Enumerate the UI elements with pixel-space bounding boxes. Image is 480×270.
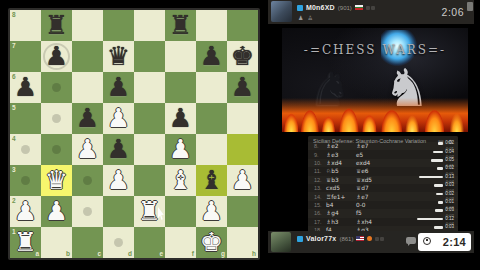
clock-icon (423, 237, 431, 245)
square-f7[interactable] (165, 41, 196, 72)
square-g5[interactable] (196, 103, 227, 134)
square-a2[interactable]: 2♟ (10, 196, 41, 227)
move-white[interactable]: cxd5 (326, 185, 356, 191)
move-number: 11. (314, 168, 326, 174)
white-king[interactable]: ♚ (196, 227, 227, 258)
file-label: c (97, 250, 101, 257)
white-pawn[interactable]: ♟ (196, 196, 227, 227)
legal-move-dot (83, 207, 92, 216)
board-grid: 8♜♜7♟♛♟♚6♟♟♟5♟♟♟4♟♟♟3♛♟♝♝♟2♟♟♜♟1a♜bcdefg… (10, 10, 258, 258)
chat-bubble-icon[interactable] (406, 237, 416, 244)
move-number: 8. (314, 143, 326, 149)
rank-label: 3 (12, 166, 16, 173)
square-g7[interactable]: ♟ (196, 41, 227, 72)
square-g8[interactable] (196, 10, 227, 41)
white-pawn[interactable]: ♟ (227, 165, 258, 196)
square-a1[interactable]: 1a♜ (10, 227, 41, 258)
black-queen[interactable]: ♛ (103, 41, 134, 72)
white-bishop[interactable]: ♝ (165, 165, 196, 196)
square-e3[interactable] (134, 165, 165, 196)
move-number: 12. (314, 177, 326, 183)
top-player-avatar[interactable] (271, 1, 292, 22)
square-h8[interactable] (227, 10, 258, 41)
black-pawn[interactable]: ♟ (103, 134, 134, 165)
move-black[interactable]: f5 (356, 210, 392, 216)
white-queen[interactable]: ♛ (41, 165, 72, 196)
square-b5[interactable] (41, 103, 72, 134)
bottom-player-name[interactable]: Valor77x (306, 235, 336, 242)
square-d5[interactable]: ♟ (103, 103, 134, 134)
time-bar (435, 209, 443, 212)
video-banner: -=CHESS WARS=- ♞ ♞ (282, 28, 468, 132)
black-rook[interactable]: ♜ (41, 10, 72, 41)
square-c5[interactable]: ♟ (72, 103, 103, 134)
square-h1[interactable]: h (227, 227, 258, 258)
rank-label: 4 (12, 135, 16, 142)
move-white[interactable]: ♗e3 (326, 152, 356, 158)
move-black[interactable]: ♕e6 (356, 168, 392, 174)
square-a8[interactable]: 8 (10, 10, 41, 41)
square-f4[interactable]: ♟ (165, 134, 196, 165)
square-e4[interactable] (134, 134, 165, 165)
move-black[interactable]: ♗e7 (356, 143, 392, 149)
chess-board: 8♜♜7♟♛♟♚6♟♟♟5♟♟♟4♟♟♟3♛♟♝♝♟2♟♟♜♟1a♜bcdefg… (8, 8, 260, 260)
membership-badges (375, 237, 384, 241)
move-number: 14. (314, 194, 326, 200)
square-c7[interactable] (72, 41, 103, 72)
black-pawn[interactable]: ♟ (41, 41, 72, 72)
square-e7[interactable] (134, 41, 165, 72)
top-player-bar: M0n6XD (901) ♟ ♙ 2:06 (268, 0, 474, 24)
corner-menu-icon[interactable] (467, 2, 473, 11)
move-black[interactable]: ♗e7 (356, 194, 392, 200)
square-b1[interactable]: b (41, 227, 72, 258)
square-h2[interactable] (227, 196, 258, 227)
white-pawn[interactable]: ♟ (103, 103, 134, 134)
move-black[interactable]: ♗xh4 (356, 219, 392, 225)
time-bar (434, 184, 443, 187)
bottom-player-clock: 2:14 (443, 236, 466, 248)
square-a6[interactable]: 6♟ (10, 72, 41, 103)
square-e6[interactable] (134, 72, 165, 103)
square-d1[interactable]: d (103, 227, 134, 258)
square-g3[interactable]: ♝ (196, 165, 227, 196)
move-number: 15. (314, 202, 326, 208)
us-flag-icon (356, 236, 364, 241)
square-f6[interactable] (165, 72, 196, 103)
square-a3[interactable]: 3 (10, 165, 41, 196)
black-bishop[interactable]: ♝ (196, 165, 227, 196)
square-f2[interactable] (165, 196, 196, 227)
move-number: 9. (314, 152, 326, 158)
move-black[interactable]: 0-0 (356, 202, 392, 208)
move-number: 17. (314, 219, 326, 225)
league-icon (367, 236, 372, 241)
streamer-badge-icon (297, 5, 303, 11)
top-player-name[interactable]: M0n6XD (306, 4, 335, 11)
square-d8[interactable] (103, 10, 134, 41)
move-black[interactable]: e5 (356, 152, 392, 158)
square-b2[interactable]: ♟ (41, 196, 72, 227)
move-white[interactable]: ♘b5 (326, 168, 356, 174)
move-white[interactable]: b4 (326, 202, 356, 208)
square-f3[interactable]: ♝ (165, 165, 196, 196)
rank-label: 7 (12, 42, 16, 49)
move-white[interactable]: ♗e2 (326, 143, 356, 149)
square-b3[interactable]: ♛ (41, 165, 72, 196)
square-h7[interactable]: ♚ (227, 41, 258, 72)
white-pawn[interactable]: ♟ (10, 196, 41, 227)
pawn-outline-icon: ♙ (307, 14, 312, 21)
file-label: f (192, 250, 194, 257)
black-king[interactable]: ♚ (227, 41, 258, 72)
top-player-clock: 2:06 (442, 6, 464, 18)
square-h4[interactable] (227, 134, 258, 165)
move-number: 16. (314, 210, 326, 216)
legal-move-dot (52, 145, 61, 154)
black-pawn[interactable]: ♟ (72, 103, 103, 134)
move-white[interactable]: ♖fe1+ (326, 194, 356, 200)
membership-badges (366, 6, 375, 10)
file-label: d (128, 250, 132, 257)
square-b7[interactable]: ♟ (41, 41, 72, 72)
square-e5[interactable] (134, 103, 165, 134)
square-c2[interactable] (72, 196, 103, 227)
square-g6[interactable] (196, 72, 227, 103)
square-a4[interactable]: 4 (10, 134, 41, 165)
time-bar (438, 201, 443, 204)
file-label: e (159, 250, 163, 257)
move-black[interactable]: ♕d7 (356, 185, 392, 191)
time-bar (433, 151, 443, 154)
square-b8[interactable]: ♜ (41, 10, 72, 41)
banner-title: -=CHESS WARS=- (282, 43, 468, 57)
time-bar (434, 226, 443, 229)
square-f8[interactable]: ♜ (165, 10, 196, 41)
square-f5[interactable]: ♟ (165, 103, 196, 134)
move-black[interactable]: exd4 (356, 160, 392, 166)
legal-move-dot (21, 145, 30, 154)
move-rows: 8.♗e2♗e70:020:019.♗e3e50:040:0210.♗xd4ex… (308, 142, 458, 233)
square-a7[interactable]: 7 (10, 41, 41, 72)
square-d6[interactable]: ♟ (103, 72, 134, 103)
move-number: 13. (314, 185, 326, 191)
time-bar (419, 176, 443, 179)
black-pawn[interactable]: ♟ (103, 72, 134, 103)
player-sub-icons: ♟ ♙ (298, 14, 313, 21)
square-c1[interactable]: c (72, 227, 103, 258)
rank-label: 8 (12, 11, 16, 18)
square-d7[interactable]: ♛ (103, 41, 134, 72)
move-black[interactable]: ♕xd5 (356, 177, 392, 183)
white-pawn[interactable]: ♟ (103, 165, 134, 196)
legal-move-dot (52, 114, 61, 123)
square-d2[interactable] (103, 196, 134, 227)
white-pawn[interactable]: ♟ (165, 134, 196, 165)
time-bar (436, 193, 443, 196)
square-c8[interactable] (72, 10, 103, 41)
move-white[interactable]: ♕b3 (326, 177, 356, 183)
move-white[interactable]: ♗g4 (326, 210, 356, 216)
square-c6[interactable] (72, 72, 103, 103)
square-g2[interactable]: ♟ (196, 196, 227, 227)
stream-frame: 8♜♜7♟♛♟♚6♟♟♟5♟♟♟4♟♟♟3♛♟♝♝♟2♟♟♜♟1a♜bcdefg… (0, 0, 480, 270)
top-player-rating: (901) (338, 5, 352, 11)
bottom-player-rating: (861) (339, 236, 353, 242)
active-clock: 2:14 (418, 233, 471, 251)
square-h5[interactable] (227, 103, 258, 134)
legal-move-dot (21, 176, 30, 185)
bottom-player-bar: Valor77x (861) 2:14 (268, 231, 474, 253)
rank-label: 5 (12, 104, 16, 111)
square-e1[interactable]: e (134, 227, 165, 258)
square-b6[interactable] (41, 72, 72, 103)
file-label: h (252, 250, 256, 257)
square-e8[interactable] (134, 10, 165, 41)
move-white[interactable]: ♗h3 (326, 219, 356, 225)
move-number: 10. (314, 160, 326, 166)
flames-graphic (282, 98, 468, 132)
legal-move-dot (83, 176, 92, 185)
square-g4[interactable] (196, 134, 227, 165)
legal-move-dot (114, 238, 123, 247)
square-a5[interactable]: 5 (10, 103, 41, 134)
square-d3[interactable]: ♟ (103, 165, 134, 196)
pawn-icon: ♟ (298, 14, 303, 21)
black-pawn[interactable]: ♟ (196, 41, 227, 72)
flag-icon (355, 5, 363, 10)
move-white[interactable]: ♗xd4 (326, 160, 356, 166)
time-bar (417, 218, 443, 221)
square-c4[interactable]: ♟ (72, 134, 103, 165)
square-g1[interactable]: g♚ (196, 227, 227, 258)
time-bar (438, 142, 443, 145)
square-h3[interactable]: ♟ (227, 165, 258, 196)
black-pawn[interactable]: ♟ (165, 103, 196, 134)
time-bar (431, 159, 443, 162)
black-pawn[interactable]: ♟ (227, 72, 258, 103)
black-pawn[interactable]: ♟ (10, 72, 41, 103)
white-pawn[interactable]: ♟ (41, 196, 72, 227)
square-f1[interactable]: f (165, 227, 196, 258)
move-list-panel: Sicilian Defense: Staunton-Cochrane Vari… (308, 136, 458, 233)
white-rook[interactable]: ♜ (10, 227, 41, 258)
white-pawn[interactable]: ♟ (72, 134, 103, 165)
square-h6[interactable]: ♟ (227, 72, 258, 103)
black-rook[interactable]: ♜ (165, 10, 196, 41)
legal-move-dot (52, 83, 61, 92)
bottom-player-avatar[interactable] (271, 232, 291, 252)
square-c3[interactable] (72, 165, 103, 196)
square-d4[interactable]: ♟ (103, 134, 134, 165)
streamer-badge-icon (297, 236, 303, 242)
file-label: b (66, 250, 70, 257)
square-b4[interactable] (41, 134, 72, 165)
time-bar (437, 167, 443, 170)
